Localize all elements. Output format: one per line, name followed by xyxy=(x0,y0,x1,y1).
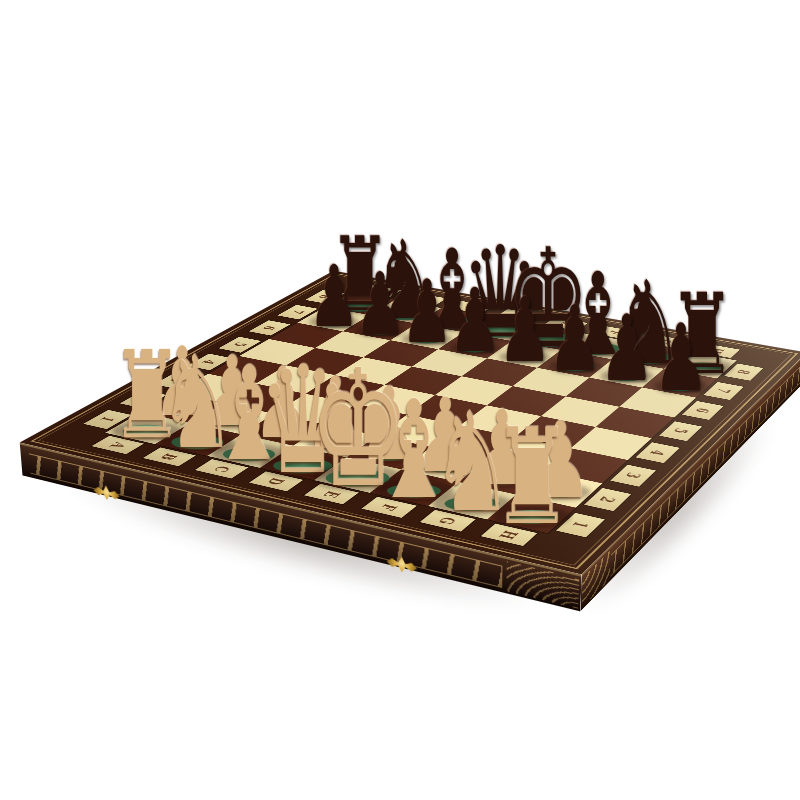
rank-label-cell: 4 xyxy=(634,442,681,464)
square-e1[interactable] xyxy=(314,457,401,493)
file-label-cell: B xyxy=(141,447,197,467)
file-label: H xyxy=(706,347,728,354)
file-label-cell: G xyxy=(418,509,477,532)
rank-label: 3 xyxy=(621,471,645,479)
rank-label-cell: 5 xyxy=(658,421,704,442)
file-label: A xyxy=(106,441,130,449)
rank-label: 8 xyxy=(315,294,334,299)
file-label: C xyxy=(209,464,234,473)
rank-label: 1 xyxy=(96,416,119,423)
rank-label: 5 xyxy=(230,341,251,347)
square-g3[interactable] xyxy=(487,437,570,471)
file-label: D xyxy=(263,476,289,486)
square-h5[interactable] xyxy=(595,407,674,439)
square-h3[interactable] xyxy=(544,448,628,483)
file-label-cell: H xyxy=(479,523,539,547)
square-h4[interactable] xyxy=(570,427,651,460)
rank-label-cell: 6 xyxy=(681,401,725,421)
rank-label: 7 xyxy=(288,309,308,315)
file-label: D xyxy=(508,312,529,318)
chessboard: ABCDEFGH ABCDEFGH 12345678 12345678 xyxy=(20,271,800,575)
file-label-cell: E xyxy=(303,483,361,505)
square-b1[interactable] xyxy=(155,423,241,456)
rank-label-cell: 2 xyxy=(118,390,168,409)
square-c1[interactable] xyxy=(207,434,293,468)
product-photo-stage: ABCDEFGH ABCDEFGH 12345678 12345678 ♜♞♝♛… xyxy=(0,0,800,800)
file-label: H xyxy=(495,529,523,540)
rank-label-cell: 1 xyxy=(82,409,133,429)
square-c3[interactable] xyxy=(274,394,355,425)
board-top-face: ABCDEFGH ABCDEFGH 12345678 12345678 xyxy=(20,271,800,575)
square-d3[interactable] xyxy=(325,404,407,435)
file-label: B xyxy=(415,296,435,302)
rank-label: 3 xyxy=(166,377,188,384)
file-label: F xyxy=(376,503,401,512)
square-g2[interactable] xyxy=(458,459,544,495)
file-label: G xyxy=(435,515,462,525)
file-label-cell: C xyxy=(194,459,251,480)
square-f1[interactable] xyxy=(370,469,458,506)
file-label: A xyxy=(370,288,390,294)
rank-label: 6 xyxy=(692,407,714,414)
square-h1[interactable] xyxy=(487,494,576,533)
file-label: F xyxy=(605,330,625,336)
square-c2[interactable] xyxy=(241,413,325,445)
file-label: E xyxy=(319,489,344,498)
square-g5[interactable] xyxy=(541,396,620,427)
file-label-cell: D xyxy=(247,471,304,492)
square-e3[interactable] xyxy=(378,415,460,447)
file-label-cell: F xyxy=(360,496,418,518)
file-label: C xyxy=(461,304,481,310)
square-e2[interactable] xyxy=(347,435,432,469)
file-label: G xyxy=(655,338,676,345)
rank-label: 2 xyxy=(132,396,154,403)
file-label: B xyxy=(157,452,182,461)
rank-label: 5 xyxy=(669,427,692,435)
square-g4[interactable] xyxy=(514,416,595,448)
file-label: E xyxy=(556,321,576,327)
rank-label-cell: 2 xyxy=(583,487,633,511)
square-d2[interactable] xyxy=(293,424,377,457)
rank-label: 2 xyxy=(595,495,620,504)
file-label-cell: A xyxy=(90,435,145,455)
square-g1[interactable] xyxy=(428,482,517,520)
square-d1[interactable] xyxy=(260,446,347,481)
rank-label-cell: 3 xyxy=(609,464,657,487)
square-e4[interactable] xyxy=(407,395,487,426)
square-b2[interactable] xyxy=(190,403,273,434)
square-h2[interactable] xyxy=(516,471,602,508)
rank-label: 8 xyxy=(733,369,754,376)
square-f4[interactable] xyxy=(460,405,541,436)
square-f3[interactable] xyxy=(432,426,515,459)
square-a2[interactable] xyxy=(141,393,224,423)
rank-label: 4 xyxy=(646,449,669,457)
rank-label: 6 xyxy=(259,325,279,331)
rank-label: 7 xyxy=(713,387,735,394)
square-a1[interactable] xyxy=(105,412,190,444)
rank-label-cell: 1 xyxy=(555,512,607,538)
square-f2[interactable] xyxy=(402,447,487,482)
rank-label: 1 xyxy=(568,520,593,529)
rank-label: 4 xyxy=(199,359,220,365)
